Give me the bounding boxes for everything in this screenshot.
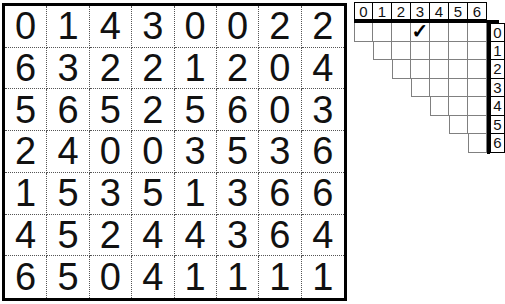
checklist-row-header-1: 1 bbox=[490, 42, 505, 61]
grid-cell-r4c5[interactable]: 3 bbox=[175, 131, 217, 173]
checklist-stair-grid: ✓ bbox=[354, 23, 487, 153]
check-cell-0-5 bbox=[449, 23, 468, 42]
grid-cell-r5c4[interactable]: 5 bbox=[132, 173, 174, 215]
empty-area bbox=[373, 60, 392, 79]
empty-area bbox=[354, 134, 373, 153]
checklist-col-header-4: 4 bbox=[430, 2, 449, 20]
grid-cell-r2c8[interactable]: 4 bbox=[302, 48, 344, 90]
grid-cell-r4c1[interactable]: 2 bbox=[5, 131, 47, 173]
empty-area bbox=[411, 134, 430, 153]
check-cell-0-1 bbox=[373, 23, 392, 42]
grid-cell-r7c2[interactable]: 5 bbox=[47, 256, 89, 298]
grid-cell-r1c5[interactable]: 0 bbox=[175, 6, 217, 48]
grid-cell-r4c3[interactable]: 0 bbox=[90, 131, 132, 173]
grid-cell-r1c2[interactable]: 1 bbox=[47, 6, 89, 48]
grid-cell-r3c1[interactable]: 5 bbox=[5, 89, 47, 131]
checklist-col-header-5: 5 bbox=[449, 2, 468, 20]
checklist-row-header-5: 5 bbox=[490, 116, 505, 135]
check-cell-0-2 bbox=[392, 23, 411, 42]
empty-area bbox=[430, 116, 449, 135]
grid-cell-r2c2[interactable]: 3 bbox=[47, 48, 89, 90]
check-cell-2-3 bbox=[411, 60, 430, 79]
check-mark-0-3: ✓ bbox=[411, 23, 430, 42]
empty-area bbox=[354, 116, 373, 135]
check-cell-3-3 bbox=[411, 79, 430, 98]
grid-cell-r6c3[interactable]: 2 bbox=[90, 215, 132, 257]
check-cell-1-3 bbox=[411, 42, 430, 61]
check-cell-5-5 bbox=[449, 116, 468, 135]
check-cell-1-1 bbox=[373, 42, 392, 61]
check-cell-2-2 bbox=[392, 60, 411, 79]
check-cell-4-5 bbox=[449, 97, 468, 116]
empty-area bbox=[411, 97, 430, 116]
grid-cell-r5c8[interactable]: 6 bbox=[302, 173, 344, 215]
empty-area bbox=[373, 79, 392, 98]
grid-cell-r6c4[interactable]: 4 bbox=[132, 215, 174, 257]
checklist-row-header-4: 4 bbox=[490, 97, 505, 116]
empty-area bbox=[373, 97, 392, 116]
grid-cell-r3c3[interactable]: 5 bbox=[90, 89, 132, 131]
check-cell-1-2 bbox=[392, 42, 411, 61]
empty-area bbox=[373, 134, 392, 153]
grid-cell-r7c3[interactable]: 0 bbox=[90, 256, 132, 298]
grid-cell-r1c3[interactable]: 4 bbox=[90, 6, 132, 48]
domino-checklist: 0123456 ✓ 0123456 bbox=[354, 2, 505, 154]
empty-area bbox=[392, 116, 411, 135]
checklist-row-header-6: 6 bbox=[490, 134, 505, 153]
grid-cell-r7c6[interactable]: 1 bbox=[217, 256, 259, 298]
checklist-col-header-1: 1 bbox=[373, 2, 392, 20]
grid-cell-r6c7[interactable]: 6 bbox=[259, 215, 301, 257]
grid-cell-r7c8[interactable]: 1 bbox=[302, 256, 344, 298]
grid-cell-r1c6[interactable]: 0 bbox=[217, 6, 259, 48]
grid-cell-r2c3[interactable]: 2 bbox=[90, 48, 132, 90]
empty-area bbox=[354, 42, 373, 61]
grid-cell-r6c5[interactable]: 4 bbox=[175, 215, 217, 257]
grid-cell-r3c7[interactable]: 0 bbox=[259, 89, 301, 131]
checklist-row-headers: 0123456 bbox=[490, 23, 505, 153]
grid-cell-r4c8[interactable]: 6 bbox=[302, 131, 344, 173]
empty-area bbox=[411, 116, 430, 135]
domino-grid: 0143002263221204565256032400353615351366… bbox=[2, 3, 347, 301]
checklist-row-header-3: 3 bbox=[490, 79, 505, 98]
check-cell-1-4 bbox=[430, 42, 449, 61]
empty-area bbox=[449, 134, 468, 153]
grid-cell-r4c2[interactable]: 4 bbox=[47, 131, 89, 173]
grid-cell-r6c8[interactable]: 4 bbox=[302, 215, 344, 257]
grid-cell-r6c6[interactable]: 3 bbox=[217, 215, 259, 257]
check-cell-0-4 bbox=[430, 23, 449, 42]
checklist-row-header-2: 2 bbox=[490, 60, 505, 79]
check-cell-3-4 bbox=[430, 79, 449, 98]
check-cell-0-6 bbox=[468, 23, 487, 42]
grid-cell-r6c2[interactable]: 5 bbox=[47, 215, 89, 257]
checklist-row-header-0: 0 bbox=[490, 23, 505, 42]
empty-area bbox=[392, 97, 411, 116]
check-cell-2-4 bbox=[430, 60, 449, 79]
grid-cell-r6c1[interactable]: 4 bbox=[5, 215, 47, 257]
grid-cell-r3c2[interactable]: 6 bbox=[47, 89, 89, 131]
grid-cell-r5c3[interactable]: 3 bbox=[90, 173, 132, 215]
empty-area bbox=[354, 97, 373, 116]
grid-cell-r1c7[interactable]: 2 bbox=[259, 6, 301, 48]
empty-area bbox=[373, 116, 392, 135]
check-cell-3-5 bbox=[449, 79, 468, 98]
grid-cell-r5c1[interactable]: 1 bbox=[5, 173, 47, 215]
grid-cell-r2c6[interactable]: 2 bbox=[217, 48, 259, 90]
empty-area bbox=[354, 79, 373, 98]
check-cell-3-6 bbox=[468, 79, 487, 98]
grid-cell-r4c7[interactable]: 3 bbox=[259, 131, 301, 173]
empty-area bbox=[354, 60, 373, 79]
grid-cell-r4c4[interactable]: 0 bbox=[132, 131, 174, 173]
empty-area bbox=[430, 134, 449, 153]
check-cell-2-6 bbox=[468, 60, 487, 79]
check-cell-4-4 bbox=[430, 97, 449, 116]
check-cell-4-6 bbox=[468, 97, 487, 116]
grid-cell-r4c6[interactable]: 5 bbox=[217, 131, 259, 173]
grid-cell-r2c1[interactable]: 6 bbox=[5, 48, 47, 90]
checklist-col-header-3: 3 bbox=[411, 2, 430, 20]
grid-cell-r7c1[interactable]: 6 bbox=[5, 256, 47, 298]
grid-cell-r7c4[interactable]: 4 bbox=[132, 256, 174, 298]
grid-cell-r5c2[interactable]: 5 bbox=[47, 173, 89, 215]
check-cell-0-0 bbox=[354, 23, 373, 42]
grid-cell-r2c7[interactable]: 0 bbox=[259, 48, 301, 90]
checklist-col-header-0: 0 bbox=[354, 2, 373, 20]
checklist-col-headers: 0123456 bbox=[354, 2, 487, 20]
check-cell-5-6 bbox=[468, 116, 487, 135]
grid-cell-r1c8[interactable]: 2 bbox=[302, 6, 344, 48]
grid-cell-r3c6[interactable]: 6 bbox=[217, 89, 259, 131]
grid-cell-r7c7[interactable]: 1 bbox=[259, 256, 301, 298]
grid-cell-r7c5[interactable]: 1 bbox=[175, 256, 217, 298]
empty-area bbox=[392, 79, 411, 98]
grid-cell-r5c5[interactable]: 1 bbox=[175, 173, 217, 215]
check-cell-6-6 bbox=[468, 134, 487, 153]
grid-cell-r5c7[interactable]: 6 bbox=[259, 173, 301, 215]
check-cell-1-5 bbox=[449, 42, 468, 61]
grid-cell-r2c5[interactable]: 1 bbox=[175, 48, 217, 90]
grid-cell-r3c8[interactable]: 3 bbox=[302, 89, 344, 131]
grid-cell-r5c6[interactable]: 3 bbox=[217, 173, 259, 215]
grid-cell-r2c4[interactable]: 2 bbox=[132, 48, 174, 90]
grid-cell-r3c4[interactable]: 2 bbox=[132, 89, 174, 131]
grid-cell-r3c5[interactable]: 5 bbox=[175, 89, 217, 131]
grid-cell-r1c1[interactable]: 0 bbox=[5, 6, 47, 48]
grid-cell-r1c4[interactable]: 3 bbox=[132, 6, 174, 48]
checklist-col-header-6: 6 bbox=[468, 2, 487, 20]
checklist-col-header-2: 2 bbox=[392, 2, 411, 20]
empty-area bbox=[392, 134, 411, 153]
check-cell-2-5 bbox=[449, 60, 468, 79]
check-cell-1-6 bbox=[468, 42, 487, 61]
